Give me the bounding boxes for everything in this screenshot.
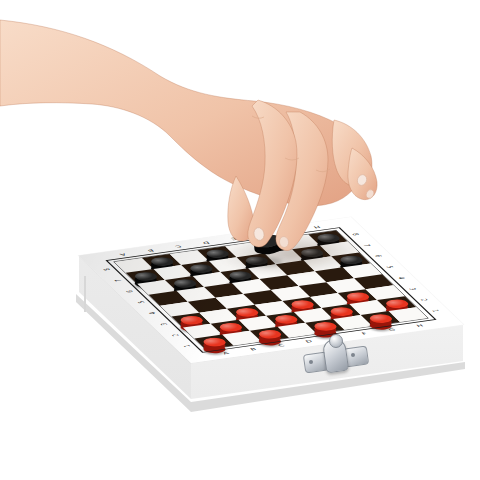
- file-label: F: [258, 233, 265, 237]
- file-label: H: [312, 225, 321, 229]
- rank-label: 1: [431, 309, 441, 312]
- file-label: D: [201, 241, 210, 245]
- rank-label: 2: [171, 333, 181, 336]
- pinky-finger: [348, 148, 377, 200]
- latch-clasp[interactable]: [303, 334, 369, 388]
- file-label: A: [119, 253, 127, 257]
- red-checker[interactable]: [366, 313, 395, 324]
- rank-label: 4: [148, 312, 158, 315]
- board-frame: AABBCCDDEEFFGGHH1122334455667788: [79, 217, 464, 363]
- clasp-screw: [309, 360, 313, 364]
- rank-label: 7: [113, 279, 123, 282]
- rank-label: 6: [373, 255, 383, 258]
- forearm-palm: [0, 20, 364, 206]
- file-label: B: [249, 347, 257, 351]
- file-label: C: [174, 245, 182, 249]
- red-checker[interactable]: [199, 336, 228, 347]
- file-label: G: [387, 328, 396, 332]
- fold-seam: [84, 276, 86, 312]
- ring-fingernail: [356, 173, 368, 187]
- red-checker[interactable]: [255, 329, 284, 340]
- rank-label: 8: [102, 268, 112, 271]
- rank-label: 6: [125, 290, 135, 293]
- file-label: H: [415, 324, 424, 328]
- play-area: [113, 230, 429, 350]
- file-label: E: [230, 237, 238, 241]
- rank-label: 3: [408, 287, 418, 290]
- pinky-fingernail: [365, 188, 375, 199]
- rank-label: 2: [419, 298, 429, 301]
- ring-finger: [332, 120, 372, 187]
- file-label: A: [222, 351, 230, 355]
- rank-label: 7: [362, 244, 372, 247]
- rank-label: 5: [385, 265, 395, 268]
- knuckle-creases: [252, 116, 330, 172]
- rank-label: 8: [351, 233, 361, 236]
- rank-label: 4: [396, 276, 406, 279]
- file-label: G: [284, 229, 293, 233]
- red-checker[interactable]: [310, 321, 339, 332]
- scene: AABBCCDDEEFFGGHH1122334455667788: [0, 0, 480, 480]
- clasp-screw: [351, 353, 355, 357]
- rank-label: 1: [182, 344, 192, 347]
- rank-label: 3: [159, 323, 169, 326]
- file-label: B: [146, 249, 154, 253]
- rank-label: 5: [136, 301, 146, 304]
- file-label: C: [277, 343, 285, 347]
- clasp-knob: [329, 334, 343, 348]
